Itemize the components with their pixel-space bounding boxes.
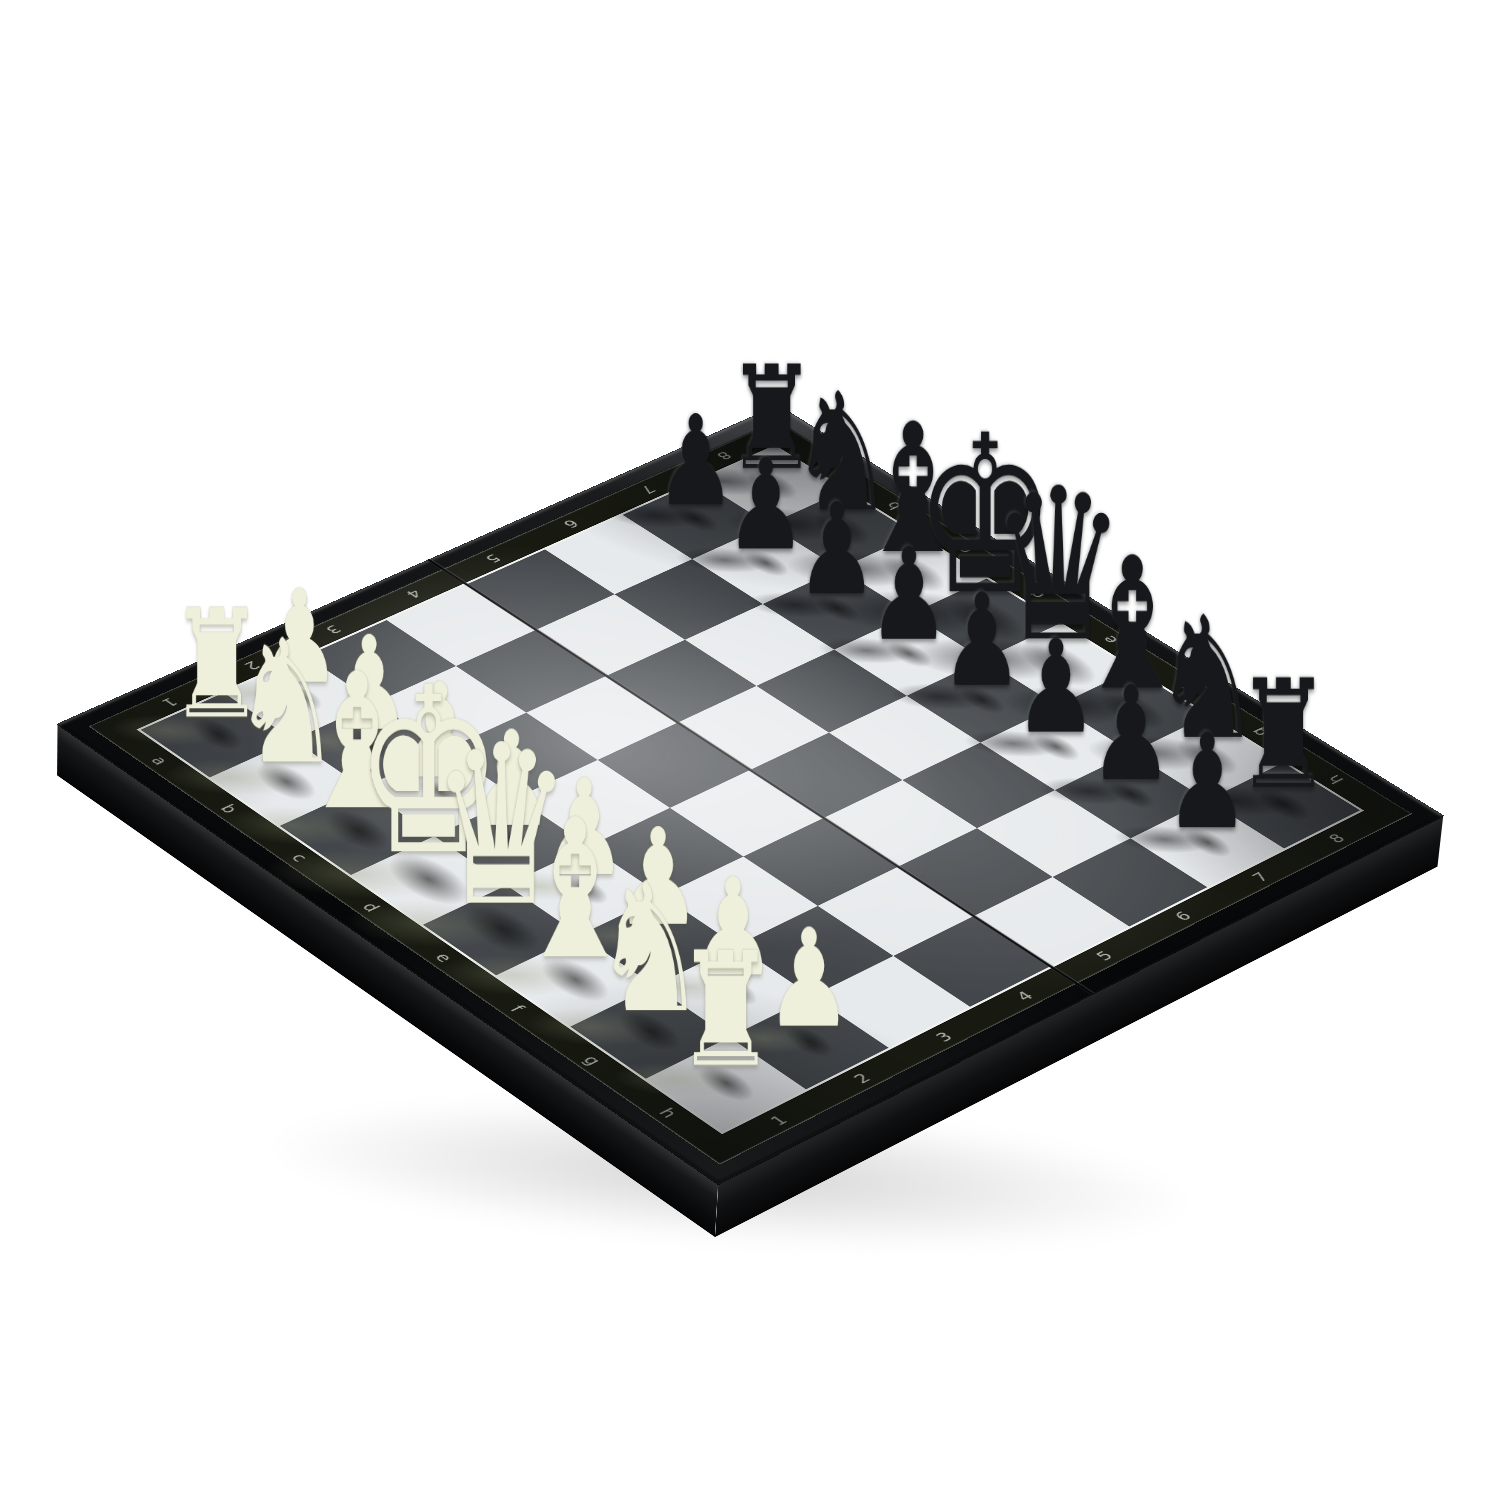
- black-pawn-glyph: ♟: [725, 442, 806, 568]
- chess-board-case: aabbccddeeffgghh1122334455667788 ♜♞♝♚♛♝♞…: [58, 405, 1444, 1184]
- pieces-layer: ♜♞♝♚♛♝♞♜♟♟♟♟♟♟♟♟♟♟♟♟♟♟♟♟♜♞♝♚♛♝♞♜: [58, 405, 1444, 1184]
- black-rook-glyph: ♜: [1235, 660, 1332, 810]
- scene: aabbccddeeffgghh1122334455667788 ♜♞♝♚♛♝♞…: [0, 0, 1500, 1500]
- product-photo: aabbccddeeffgghh1122334455667788 ♜♞♝♚♛♝♞…: [0, 0, 1500, 1500]
- black-pawn-glyph: ♟: [1089, 669, 1173, 799]
- black-pawn-glyph: ♟: [1165, 716, 1250, 847]
- black-pawn-glyph: ♟: [868, 531, 950, 658]
- black-pawn-glyph: ♟: [796, 486, 878, 612]
- white-rook-glyph: ♜: [675, 931, 777, 1089]
- black-pawn-glyph: ♟: [1014, 622, 1097, 751]
- white-pawn-glyph: ♟: [765, 911, 853, 1047]
- black-pawn-glyph: ♟: [941, 576, 1024, 704]
- black-pawn-glyph: ♟: [655, 399, 736, 524]
